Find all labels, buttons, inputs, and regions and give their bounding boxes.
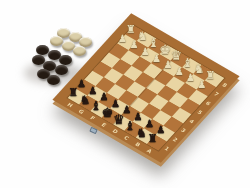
checkers-disc-light[interactable] — [73, 46, 86, 56]
checkers-disc-dark[interactable] — [55, 65, 68, 75]
chess-piece-white-pawn[interactable]: ♟ — [195, 77, 209, 93]
checkers-disc-dark[interactable] — [59, 55, 72, 65]
box-clasp — [89, 127, 97, 134]
photo-stage: ♜♞♝♚♛♝♞♜♟♟♟♟♟♟♟♟♟♟♟♟♟♟♟♟♜♞♝♚♛♝♞♜HGFEDCBA… — [0, 0, 250, 188]
chess-piece-black-rook[interactable]: ♜ — [146, 131, 160, 147]
checkers-disc-dark[interactable] — [47, 75, 60, 85]
